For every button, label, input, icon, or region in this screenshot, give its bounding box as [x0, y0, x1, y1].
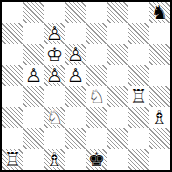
square-g3[interactable]	[128, 107, 149, 128]
square-f8[interactable]	[107, 2, 128, 23]
white-pawn: ♟♙	[44, 65, 65, 86]
square-d1[interactable]	[65, 149, 86, 170]
white-rook: ♜♖	[128, 86, 149, 107]
black-knight: ♞	[149, 2, 170, 23]
square-e3[interactable]	[86, 107, 107, 128]
square-h1[interactable]	[149, 149, 170, 170]
square-b8[interactable]	[23, 2, 44, 23]
square-b2[interactable]	[23, 128, 44, 149]
square-g2[interactable]	[128, 128, 149, 149]
square-e1[interactable]: ♚	[86, 149, 107, 170]
square-h5[interactable]	[149, 65, 170, 86]
square-g4[interactable]: ♜♖	[128, 86, 149, 107]
square-a8[interactable]	[2, 2, 23, 23]
square-a1[interactable]: ♜♖	[2, 149, 23, 170]
square-d6[interactable]: ♟♙	[65, 44, 86, 65]
square-f2[interactable]	[107, 128, 128, 149]
square-b3[interactable]	[23, 107, 44, 128]
square-d7[interactable]	[65, 23, 86, 44]
square-b7[interactable]	[23, 23, 44, 44]
square-e5[interactable]	[86, 65, 107, 86]
square-h8[interactable]: ♞	[149, 2, 170, 23]
square-g1[interactable]	[128, 149, 149, 170]
white-king: ♚♔	[44, 44, 65, 65]
square-a7[interactable]	[2, 23, 23, 44]
square-c8[interactable]	[44, 2, 65, 23]
white-pawn: ♟♙	[65, 65, 86, 86]
square-c2[interactable]	[44, 128, 65, 149]
square-b5[interactable]: ♟♙	[23, 65, 44, 86]
square-f7[interactable]	[107, 23, 128, 44]
square-h6[interactable]	[149, 44, 170, 65]
square-b4[interactable]	[23, 86, 44, 107]
white-pawn: ♟♙	[65, 44, 86, 65]
square-c1[interactable]: ♝♗	[44, 149, 65, 170]
square-f3[interactable]	[107, 107, 128, 128]
white-bishop: ♝♗	[44, 149, 65, 170]
square-c5[interactable]: ♟♙	[44, 65, 65, 86]
square-a3[interactable]	[2, 107, 23, 128]
board-frame: ♞♟♙♚♔♟♙♟♙♟♙♟♙♞♘♜♖♞♘♝♗♜♖♝♗♚	[0, 0, 172, 172]
square-d3[interactable]	[65, 107, 86, 128]
square-e4[interactable]: ♞♘	[86, 86, 107, 107]
square-a5[interactable]	[2, 65, 23, 86]
square-b6[interactable]	[23, 44, 44, 65]
square-e8[interactable]	[86, 2, 107, 23]
square-d8[interactable]	[65, 2, 86, 23]
square-h3[interactable]: ♝♗	[149, 107, 170, 128]
white-pawn: ♟♙	[23, 65, 44, 86]
chess-board: ♞♟♙♚♔♟♙♟♙♟♙♟♙♞♘♜♖♞♘♝♗♜♖♝♗♚	[2, 2, 170, 170]
square-a4[interactable]	[2, 86, 23, 107]
square-c6[interactable]: ♚♔	[44, 44, 65, 65]
square-b1[interactable]	[23, 149, 44, 170]
square-e7[interactable]	[86, 23, 107, 44]
white-knight: ♞♘	[44, 107, 65, 128]
square-h7[interactable]	[149, 23, 170, 44]
white-rook: ♜♖	[2, 149, 23, 170]
square-d5[interactable]: ♟♙	[65, 65, 86, 86]
square-c3[interactable]: ♞♘	[44, 107, 65, 128]
square-e6[interactable]	[86, 44, 107, 65]
square-f1[interactable]	[107, 149, 128, 170]
black-king: ♚	[86, 149, 107, 170]
square-e2[interactable]	[86, 128, 107, 149]
square-f6[interactable]	[107, 44, 128, 65]
square-g7[interactable]	[128, 23, 149, 44]
square-h2[interactable]	[149, 128, 170, 149]
white-pawn: ♟♙	[44, 23, 65, 44]
square-f5[interactable]	[107, 65, 128, 86]
square-c4[interactable]	[44, 86, 65, 107]
square-a2[interactable]	[2, 128, 23, 149]
square-g5[interactable]	[128, 65, 149, 86]
square-g6[interactable]	[128, 44, 149, 65]
square-g8[interactable]	[128, 2, 149, 23]
square-a6[interactable]	[2, 44, 23, 65]
square-f4[interactable]	[107, 86, 128, 107]
square-h4[interactable]	[149, 86, 170, 107]
white-knight: ♞♘	[86, 86, 107, 107]
square-d4[interactable]	[65, 86, 86, 107]
square-c7[interactable]: ♟♙	[44, 23, 65, 44]
square-d2[interactable]	[65, 128, 86, 149]
white-bishop: ♝♗	[149, 107, 170, 128]
